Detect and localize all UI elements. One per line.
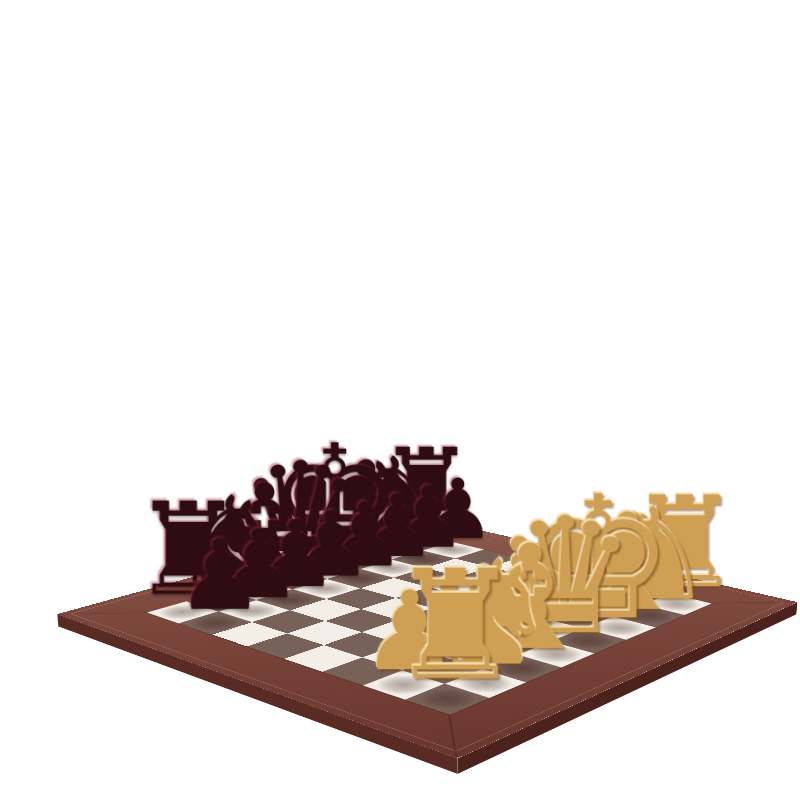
frame-miter-joint <box>448 714 458 758</box>
chess-board: ♜♞♝♛♚♝♞♜♟♟♟♟♟♟♟♟♟♟♟♟♟♟♟♟♜♞♝♛♚♝♞♜ <box>57 516 797 759</box>
square-a1[interactable]: ♜ <box>405 684 489 715</box>
piece-white-rook-a1[interactable]: ♜ <box>324 551 587 702</box>
product-photo-scene: ♜♞♝♛♚♝♞♜♟♟♟♟♟♟♟♟♟♟♟♟♟♟♟♟♜♞♝♛♚♝♞♜ <box>0 0 800 800</box>
